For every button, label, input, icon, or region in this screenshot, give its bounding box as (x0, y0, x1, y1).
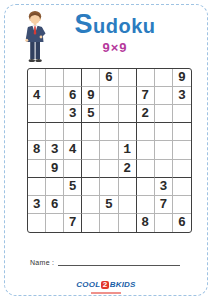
cell-r8c1-given-3: 3 (28, 196, 46, 214)
cell-r7c2-empty[interactable] (46, 178, 64, 196)
cell-r4c7-empty[interactable] (137, 123, 155, 141)
cell-r5c3-given-4: 4 (64, 141, 82, 159)
cell-r1c9-given-9: 9 (173, 69, 191, 87)
cell-r7c3-given-5: 5 (64, 178, 82, 196)
cell-r7c8-given-3: 3 (155, 178, 173, 196)
cell-r3c1-empty[interactable] (28, 105, 46, 123)
cell-r7c9-empty[interactable] (173, 178, 191, 196)
header: Sudoku 9×9 (55, 11, 175, 54)
cell-r6c8-empty[interactable] (155, 160, 173, 178)
cell-r7c5-empty[interactable] (100, 178, 118, 196)
cell-r6c2-given-9: 9 (46, 160, 64, 178)
cell-r9c2-empty[interactable] (46, 214, 64, 232)
cell-r5c1-given-8: 8 (28, 141, 46, 159)
cell-r1c2-empty[interactable] (46, 69, 64, 87)
cell-r3c6-empty[interactable] (119, 105, 137, 123)
logo-text-2: 2 (101, 281, 108, 289)
cell-r3c2-empty[interactable] (46, 105, 64, 123)
cell-r3c5-empty[interactable] (100, 105, 118, 123)
cell-r1c7-empty[interactable] (137, 69, 155, 87)
cell-r4c1-empty[interactable] (28, 123, 46, 141)
cell-r6c7-empty[interactable] (137, 160, 155, 178)
title-first-letter: S (74, 9, 93, 39)
cool2bkids-logo: COOL2BKIDS (0, 274, 212, 294)
cell-r7c7-empty[interactable] (137, 178, 155, 196)
title-rest: udoku (93, 15, 156, 37)
cell-r4c3-empty[interactable] (64, 123, 82, 141)
cell-r7c1-empty[interactable] (28, 178, 46, 196)
cell-r3c7-given-2: 2 (137, 105, 155, 123)
cell-r9c9-given-6: 6 (173, 214, 191, 232)
cell-r3c4-given-5: 5 (82, 105, 100, 123)
cell-r2c9-given-3: 3 (173, 87, 191, 105)
cell-r5c4-empty[interactable] (82, 141, 100, 159)
cell-r8c2-given-6: 6 (46, 196, 64, 214)
cell-r9c1-empty[interactable] (28, 214, 46, 232)
cell-r9c4-empty[interactable] (82, 214, 100, 232)
page-title: Sudoku (55, 11, 175, 38)
cell-r8c9-empty[interactable] (173, 196, 191, 214)
cell-r5c9-empty[interactable] (173, 141, 191, 159)
name-row: Name : (30, 257, 180, 266)
name-input-line[interactable] (58, 257, 180, 266)
cell-r3c8-empty[interactable] (155, 105, 173, 123)
cell-r2c3-given-6: 6 (64, 87, 82, 105)
cell-r9c6-empty[interactable] (119, 214, 137, 232)
grid-size-subtitle: 9×9 (55, 41, 175, 54)
name-label: Name : (30, 259, 54, 266)
logo-text-cool: COOL (76, 281, 100, 289)
cell-r6c1-empty[interactable] (28, 160, 46, 178)
cell-r8c6-empty[interactable] (119, 196, 137, 214)
logo-text-bkids: BKIDS (110, 281, 136, 289)
cell-r7c6-empty[interactable] (119, 178, 137, 196)
cell-r7c4-empty[interactable] (82, 178, 100, 196)
cell-r9c3-given-7: 7 (64, 214, 82, 232)
cell-r2c1-given-4: 4 (28, 87, 46, 105)
cell-r8c4-empty[interactable] (82, 196, 100, 214)
cell-r6c4-empty[interactable] (82, 160, 100, 178)
businessman-illustration (13, 9, 57, 66)
cell-r6c6-given-2: 2 (119, 160, 137, 178)
cell-r2c6-empty[interactable] (119, 87, 137, 105)
sudoku-board: 6946973352834192533657786 (27, 68, 192, 233)
cell-r5c2-given-3: 3 (46, 141, 64, 159)
cell-r5c8-empty[interactable] (155, 141, 173, 159)
cell-r2c7-given-7: 7 (137, 87, 155, 105)
cell-r4c5-empty[interactable] (100, 123, 118, 141)
cell-r8c8-given-7: 7 (155, 196, 173, 214)
cell-r2c8-empty[interactable] (155, 87, 173, 105)
cell-r4c6-empty[interactable] (119, 123, 137, 141)
cell-r1c3-empty[interactable] (64, 69, 82, 87)
cell-r2c2-empty[interactable] (46, 87, 64, 105)
cell-r1c6-empty[interactable] (119, 69, 137, 87)
cell-r4c9-empty[interactable] (173, 123, 191, 141)
cell-r8c7-empty[interactable] (137, 196, 155, 214)
cell-r8c3-empty[interactable] (64, 196, 82, 214)
cell-r9c8-empty[interactable] (155, 214, 173, 232)
cell-r6c9-empty[interactable] (173, 160, 191, 178)
cell-r2c5-empty[interactable] (100, 87, 118, 105)
cell-r4c8-empty[interactable] (155, 123, 173, 141)
cell-r4c4-empty[interactable] (82, 123, 100, 141)
cell-r6c3-empty[interactable] (64, 160, 82, 178)
cell-r3c9-empty[interactable] (173, 105, 191, 123)
cell-r2c4-given-9: 9 (82, 87, 100, 105)
cell-r5c7-empty[interactable] (137, 141, 155, 159)
cell-r1c5-given-6: 6 (100, 69, 118, 87)
cell-r5c5-empty[interactable] (100, 141, 118, 159)
cell-r8c5-given-5: 5 (100, 196, 118, 214)
cell-r5c6-given-1: 1 (119, 141, 137, 159)
cell-r9c7-given-8: 8 (137, 214, 155, 232)
cell-r4c2-empty[interactable] (46, 123, 64, 141)
cell-r9c5-empty[interactable] (100, 214, 118, 232)
cell-r1c1-empty[interactable] (28, 69, 46, 87)
cell-r3c3-given-3: 3 (64, 105, 82, 123)
cell-r6c5-empty[interactable] (100, 160, 118, 178)
cell-r1c4-empty[interactable] (82, 69, 100, 87)
worksheet-page: Sudoku 9×9 6946973352834192533657786 Nam… (0, 0, 212, 300)
cell-r1c8-empty[interactable] (155, 69, 173, 87)
logo-tagline (91, 292, 121, 294)
